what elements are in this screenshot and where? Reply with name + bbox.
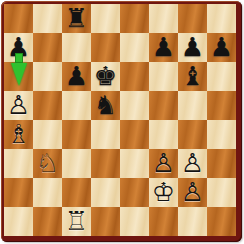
square-c4[interactable] (62, 120, 91, 149)
square-c6[interactable]: ♟ (62, 62, 91, 91)
square-b5[interactable] (33, 91, 62, 120)
square-e7[interactable] (120, 33, 149, 62)
black-pawn[interactable]: ♟ (4, 33, 33, 62)
square-d4[interactable] (91, 120, 120, 149)
white-rook[interactable]: ♖ (62, 207, 91, 236)
square-a8[interactable] (4, 4, 33, 33)
square-a2[interactable] (4, 178, 33, 207)
square-e5[interactable] (120, 91, 149, 120)
square-h1[interactable] (207, 207, 236, 236)
square-g4[interactable] (178, 120, 207, 149)
square-b2[interactable] (33, 178, 62, 207)
square-c1[interactable]: ♖ (62, 207, 91, 236)
square-d7[interactable] (91, 33, 120, 62)
square-d5[interactable]: ♞ (91, 91, 120, 120)
square-h7[interactable]: ♟ (207, 33, 236, 62)
square-d8[interactable] (91, 4, 120, 33)
square-c7[interactable] (62, 33, 91, 62)
square-f5[interactable] (149, 91, 178, 120)
square-h2[interactable] (207, 178, 236, 207)
white-bishop[interactable]: ♗ (4, 120, 33, 149)
square-e2[interactable] (120, 178, 149, 207)
white-pawn[interactable]: ♙ (149, 149, 178, 178)
square-f7[interactable]: ♟ (149, 33, 178, 62)
square-h6[interactable] (207, 62, 236, 91)
square-a6[interactable] (4, 62, 33, 91)
square-f2[interactable]: ♔ (149, 178, 178, 207)
black-pawn[interactable]: ♟ (207, 33, 236, 62)
square-f4[interactable] (149, 120, 178, 149)
white-knight[interactable]: ♘ (33, 149, 62, 178)
square-f6[interactable] (149, 62, 178, 91)
square-g1[interactable] (178, 207, 207, 236)
square-c3[interactable] (62, 149, 91, 178)
chess-board-frame: ♜♟♟♟♟♟♚♝♙♞♗♘♙♙♔♙♖ (1, 1, 242, 242)
square-a5[interactable]: ♙ (4, 91, 33, 120)
square-h8[interactable] (207, 4, 236, 33)
square-h3[interactable] (207, 149, 236, 178)
square-b3[interactable]: ♘ (33, 149, 62, 178)
white-pawn[interactable]: ♙ (178, 178, 207, 207)
square-c5[interactable] (62, 91, 91, 120)
square-g5[interactable] (178, 91, 207, 120)
white-king[interactable]: ♔ (149, 178, 178, 207)
square-d3[interactable] (91, 149, 120, 178)
square-a7[interactable]: ♟ (4, 33, 33, 62)
black-pawn[interactable]: ♟ (62, 62, 91, 91)
square-f3[interactable]: ♙ (149, 149, 178, 178)
black-king[interactable]: ♚ (91, 62, 120, 91)
black-knight[interactable]: ♞ (91, 91, 120, 120)
square-e1[interactable] (120, 207, 149, 236)
square-d2[interactable] (91, 178, 120, 207)
square-e3[interactable] (120, 149, 149, 178)
square-h5[interactable] (207, 91, 236, 120)
square-g6[interactable]: ♝ (178, 62, 207, 91)
square-e8[interactable] (120, 4, 149, 33)
square-e6[interactable] (120, 62, 149, 91)
square-f1[interactable] (149, 207, 178, 236)
square-g8[interactable] (178, 4, 207, 33)
black-pawn[interactable]: ♟ (178, 33, 207, 62)
square-h4[interactable] (207, 120, 236, 149)
black-bishop[interactable]: ♝ (178, 62, 207, 91)
square-g3[interactable]: ♙ (178, 149, 207, 178)
white-pawn[interactable]: ♙ (4, 91, 33, 120)
square-d1[interactable] (91, 207, 120, 236)
square-c2[interactable] (62, 178, 91, 207)
square-f8[interactable] (149, 4, 178, 33)
white-pawn[interactable]: ♙ (178, 149, 207, 178)
black-pawn[interactable]: ♟ (149, 33, 178, 62)
square-c8[interactable]: ♜ (62, 4, 91, 33)
square-a3[interactable] (4, 149, 33, 178)
square-a4[interactable]: ♗ (4, 120, 33, 149)
square-g2[interactable]: ♙ (178, 178, 207, 207)
square-b1[interactable] (33, 207, 62, 236)
square-b6[interactable] (33, 62, 62, 91)
square-e4[interactable] (120, 120, 149, 149)
square-a1[interactable] (4, 207, 33, 236)
chess-board: ♜♟♟♟♟♟♚♝♙♞♗♘♙♙♔♙♖ (4, 4, 236, 236)
square-g7[interactable]: ♟ (178, 33, 207, 62)
square-d6[interactable]: ♚ (91, 62, 120, 91)
square-b8[interactable] (33, 4, 62, 33)
square-b4[interactable] (33, 120, 62, 149)
black-rook[interactable]: ♜ (62, 4, 91, 33)
square-b7[interactable] (33, 33, 62, 62)
